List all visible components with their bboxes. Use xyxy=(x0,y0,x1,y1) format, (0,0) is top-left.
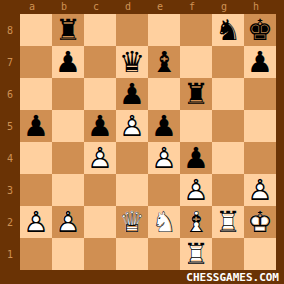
piece-glyph: ♞ xyxy=(212,14,244,46)
square-e4[interactable]: ♟♙ xyxy=(148,142,180,174)
piece-glyph: ♟ xyxy=(116,78,148,110)
black-pawn[interactable]: ♟ xyxy=(84,110,116,142)
white-pawn[interactable]: ♟♙ xyxy=(180,174,212,206)
square-h1[interactable] xyxy=(244,238,276,270)
white-rook[interactable]: ♜♖ xyxy=(180,238,212,270)
white-pawn[interactable]: ♟♙ xyxy=(52,206,84,238)
square-a2[interactable]: ♟♙ xyxy=(20,206,52,238)
piece-outline-glyph: ♙ xyxy=(84,142,116,174)
black-king[interactable]: ♚ xyxy=(244,14,276,46)
chess-board: ♜♞♚♟♛♝♟♟♜♟♟♟♙♟♟♙♟♙♟♟♙♟♙♟♙♟♙♛♕♞♘♝♗♜♖♚♔♜♖ xyxy=(20,14,276,270)
square-d6[interactable]: ♟ xyxy=(116,78,148,110)
square-c1[interactable] xyxy=(84,238,116,270)
rank-label-3: 3 xyxy=(0,174,20,206)
black-rook[interactable]: ♜ xyxy=(52,14,84,46)
square-h6[interactable] xyxy=(244,78,276,110)
piece-outline-glyph: ♗ xyxy=(180,206,212,238)
square-e3[interactable] xyxy=(148,174,180,206)
black-pawn[interactable]: ♟ xyxy=(180,142,212,174)
file-label-e: e xyxy=(144,0,176,14)
square-f6[interactable]: ♜ xyxy=(180,78,212,110)
black-pawn[interactable]: ♟ xyxy=(52,46,84,78)
white-king[interactable]: ♚♔ xyxy=(244,206,276,238)
square-d1[interactable] xyxy=(116,238,148,270)
square-f1[interactable]: ♜♖ xyxy=(180,238,212,270)
file-label-c: c xyxy=(80,0,112,14)
square-c7[interactable] xyxy=(84,46,116,78)
piece-glyph: ♟ xyxy=(52,46,84,78)
piece-glyph: ♟ xyxy=(244,46,276,78)
square-h7[interactable]: ♟ xyxy=(244,46,276,78)
square-e1[interactable] xyxy=(148,238,180,270)
site-credit: CHESSGAMES.COM xyxy=(186,270,279,284)
piece-glyph: ♚ xyxy=(244,14,276,46)
square-b6[interactable] xyxy=(52,78,84,110)
white-queen[interactable]: ♛♕ xyxy=(116,206,148,238)
square-a1[interactable] xyxy=(20,238,52,270)
square-d2[interactable]: ♛♕ xyxy=(116,206,148,238)
square-e6[interactable] xyxy=(148,78,180,110)
square-c3[interactable] xyxy=(84,174,116,206)
black-pawn[interactable]: ♟ xyxy=(148,110,180,142)
square-g1[interactable] xyxy=(212,238,244,270)
square-b5[interactable] xyxy=(52,110,84,142)
square-a7[interactable] xyxy=(20,46,52,78)
black-rook[interactable]: ♜ xyxy=(180,78,212,110)
rank-label-8: 8 xyxy=(0,14,20,46)
piece-outline-glyph: ♘ xyxy=(148,206,180,238)
piece-glyph: ♟ xyxy=(180,142,212,174)
square-f7[interactable] xyxy=(180,46,212,78)
chess-board-frame: abcdefgh 87654321 ♜♞♚♟♛♝♟♟♜♟♟♟♙♟♟♙♟♙♟♟♙♟… xyxy=(0,0,284,284)
square-c4[interactable]: ♟♙ xyxy=(84,142,116,174)
black-queen[interactable]: ♛ xyxy=(116,46,148,78)
square-e8[interactable] xyxy=(148,14,180,46)
square-g6[interactable] xyxy=(212,78,244,110)
piece-glyph: ♜ xyxy=(180,78,212,110)
white-bishop[interactable]: ♝♗ xyxy=(180,206,212,238)
square-f8[interactable] xyxy=(180,14,212,46)
square-b1[interactable] xyxy=(52,238,84,270)
white-knight[interactable]: ♞♘ xyxy=(148,206,180,238)
square-c6[interactable] xyxy=(84,78,116,110)
square-d7[interactable]: ♛ xyxy=(116,46,148,78)
piece-glyph: ♛ xyxy=(116,46,148,78)
square-d8[interactable] xyxy=(116,14,148,46)
square-h2[interactable]: ♚♔ xyxy=(244,206,276,238)
square-b2[interactable]: ♟♙ xyxy=(52,206,84,238)
piece-outline-glyph: ♙ xyxy=(180,174,212,206)
rank-label-1: 1 xyxy=(0,238,20,270)
rank-label-4: 4 xyxy=(0,142,20,174)
black-pawn[interactable]: ♟ xyxy=(116,78,148,110)
rank-label-2: 2 xyxy=(0,206,20,238)
piece-outline-glyph: ♔ xyxy=(244,206,276,238)
square-a8[interactable] xyxy=(20,14,52,46)
square-d4[interactable] xyxy=(116,142,148,174)
piece-glyph: ♜ xyxy=(52,14,84,46)
square-h4[interactable] xyxy=(244,142,276,174)
square-e5[interactable]: ♟ xyxy=(148,110,180,142)
file-label-f: f xyxy=(176,0,208,14)
square-a5[interactable]: ♟ xyxy=(20,110,52,142)
square-f4[interactable]: ♟ xyxy=(180,142,212,174)
black-knight[interactable]: ♞ xyxy=(212,14,244,46)
rank-label-6: 6 xyxy=(0,78,20,110)
file-labels: abcdefgh xyxy=(20,0,276,14)
square-a4[interactable] xyxy=(20,142,52,174)
piece-outline-glyph: ♙ xyxy=(148,142,180,174)
piece-glyph: ♟ xyxy=(84,110,116,142)
square-f5[interactable] xyxy=(180,110,212,142)
square-b3[interactable] xyxy=(52,174,84,206)
piece-glyph: ♝ xyxy=(148,46,180,78)
square-h5[interactable] xyxy=(244,110,276,142)
piece-glyph: ♟ xyxy=(148,110,180,142)
white-pawn[interactable]: ♟♙ xyxy=(148,142,180,174)
square-f3[interactable]: ♟♙ xyxy=(180,174,212,206)
piece-outline-glyph: ♖ xyxy=(180,238,212,270)
square-h3[interactable]: ♟♙ xyxy=(244,174,276,206)
white-pawn[interactable]: ♟♙ xyxy=(84,142,116,174)
square-g7[interactable] xyxy=(212,46,244,78)
file-label-h: h xyxy=(240,0,272,14)
piece-outline-glyph: ♙ xyxy=(52,206,84,238)
piece-outline-glyph: ♕ xyxy=(116,206,148,238)
square-g3[interactable] xyxy=(212,174,244,206)
square-b8[interactable]: ♜ xyxy=(52,14,84,46)
square-a6[interactable] xyxy=(20,78,52,110)
black-pawn[interactable]: ♟ xyxy=(20,110,52,142)
file-label-d: d xyxy=(112,0,144,14)
white-rook[interactable]: ♜♖ xyxy=(212,206,244,238)
square-g2[interactable]: ♜♖ xyxy=(212,206,244,238)
square-c8[interactable] xyxy=(84,14,116,46)
piece-outline-glyph: ♖ xyxy=(212,206,244,238)
piece-outline-glyph: ♙ xyxy=(20,206,52,238)
square-f2[interactable]: ♝♗ xyxy=(180,206,212,238)
file-label-g: g xyxy=(208,0,240,14)
square-g4[interactable] xyxy=(212,142,244,174)
square-d3[interactable] xyxy=(116,174,148,206)
square-c5[interactable]: ♟ xyxy=(84,110,116,142)
square-b4[interactable] xyxy=(52,142,84,174)
black-pawn[interactable]: ♟ xyxy=(244,46,276,78)
square-g5[interactable] xyxy=(212,110,244,142)
black-bishop[interactable]: ♝ xyxy=(148,46,180,78)
square-e7[interactable]: ♝ xyxy=(148,46,180,78)
square-a3[interactable] xyxy=(20,174,52,206)
square-d5[interactable]: ♟♙ xyxy=(116,110,148,142)
rank-labels: 87654321 xyxy=(0,14,20,270)
piece-outline-glyph: ♙ xyxy=(244,174,276,206)
rank-label-5: 5 xyxy=(0,110,20,142)
square-c2[interactable] xyxy=(84,206,116,238)
square-g8[interactable]: ♞ xyxy=(212,14,244,46)
piece-outline-glyph: ♙ xyxy=(116,110,148,142)
white-pawn[interactable]: ♟♙ xyxy=(116,110,148,142)
square-b7[interactable]: ♟ xyxy=(52,46,84,78)
square-e2[interactable]: ♞♘ xyxy=(148,206,180,238)
file-label-a: a xyxy=(16,0,48,14)
rank-label-7: 7 xyxy=(0,46,20,78)
square-h8[interactable]: ♚ xyxy=(244,14,276,46)
white-pawn[interactable]: ♟♙ xyxy=(244,174,276,206)
white-pawn[interactable]: ♟♙ xyxy=(20,206,52,238)
piece-glyph: ♟ xyxy=(20,110,52,142)
file-label-b: b xyxy=(48,0,80,14)
